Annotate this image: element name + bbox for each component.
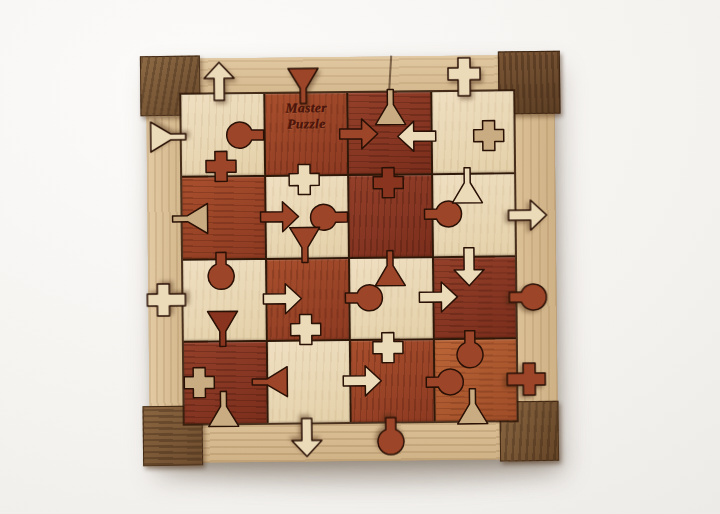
- arrow-connector[interactable]: [449, 247, 489, 287]
- cross-connector[interactable]: [507, 359, 547, 399]
- cross-connector[interactable]: [368, 327, 408, 367]
- cone-slot: [203, 390, 243, 430]
- engraved-title: Master Puzzle: [269, 100, 343, 133]
- cross-connector[interactable]: [284, 159, 324, 199]
- circle-connector[interactable]: [508, 277, 548, 317]
- arrow-connector[interactable]: [507, 195, 547, 235]
- cone-connector[interactable]: [447, 167, 487, 207]
- circle-connector[interactable]: [201, 251, 241, 291]
- cone-connector[interactable]: [147, 117, 187, 157]
- circle-connector[interactable]: [450, 330, 490, 370]
- cross-connector[interactable]: [444, 56, 484, 96]
- cross-connector[interactable]: [201, 146, 241, 186]
- cone-connector[interactable]: [370, 249, 410, 289]
- cone-connector[interactable]: [251, 362, 291, 402]
- cone-connector[interactable]: [283, 64, 323, 104]
- cone-connector[interactable]: [285, 223, 325, 263]
- arrow-connector[interactable]: [338, 114, 378, 154]
- arrow-connector[interactable]: [199, 61, 239, 101]
- cone-slot: [171, 198, 211, 238]
- puzzle-board: Master Puzzle: [146, 55, 558, 463]
- cross-connector[interactable]: [145, 280, 185, 320]
- cross-connector[interactable]: [368, 162, 408, 202]
- cone-connector[interactable]: [203, 307, 243, 347]
- connector-layer: Master Puzzle: [181, 91, 516, 423]
- cross-connector[interactable]: [286, 309, 326, 349]
- circle-connector[interactable]: [371, 416, 411, 456]
- title-line-2: Puzzle: [270, 116, 344, 133]
- arrow-connector[interactable]: [287, 417, 327, 457]
- cross-slot: [469, 115, 509, 155]
- arrow-connector[interactable]: [397, 116, 437, 156]
